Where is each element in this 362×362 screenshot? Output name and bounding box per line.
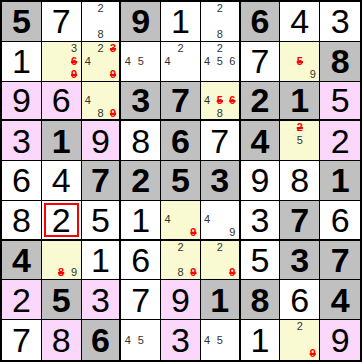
cell-r1c2[interactable]: 7 [42, 2, 82, 42]
cell-r3c6[interactable]: 4568 [201, 82, 241, 122]
pencil-marks: 4568 [201, 82, 239, 120]
candidate: 4 [161, 55, 174, 68]
given-digit: 2 [131, 163, 150, 197]
cell-r7c7[interactable]: 5 [241, 241, 281, 281]
cell-r4c3[interactable]: 9 [82, 121, 122, 161]
pencil-marks: 29 [201, 241, 239, 280]
cell-r9c1[interactable]: 7 [2, 320, 42, 360]
cell-r3c8[interactable]: 1 [280, 82, 320, 122]
solved-digit: 6 [131, 243, 150, 277]
solved-digit: 7 [210, 124, 229, 158]
cell-r4c8[interactable]: 25 [280, 121, 320, 161]
solved-digit: 5 [331, 83, 350, 117]
candidate: 4 [121, 333, 134, 346]
cell-r1c8[interactable]: 4 [280, 2, 320, 42]
cell-r1c9[interactable]: 3 [320, 2, 360, 42]
cell-r9c7[interactable]: 1 [241, 320, 281, 360]
pencil-marks: 28 [201, 2, 239, 41]
candidate: 2 [213, 2, 226, 15]
cell-r8c9[interactable]: 4 [320, 280, 360, 320]
cell-r7c1[interactable]: 4 [2, 241, 42, 281]
given-digit: 3 [210, 163, 229, 197]
solved-digit: 7 [251, 44, 270, 78]
pencil-marks: 49 [161, 201, 200, 239]
cell-r5c7[interactable]: 9 [241, 161, 281, 201]
given-digit: 1 [290, 83, 309, 117]
cell-r7c9[interactable]: 7 [320, 241, 360, 281]
solved-digit: 2 [12, 283, 31, 317]
cell-r8c6[interactable]: 1 [201, 280, 241, 320]
candidate-struck: 3 [107, 42, 120, 55]
cell-r9c8[interactable]: 29 [280, 320, 320, 360]
given-digit: 7 [290, 203, 309, 237]
cell-r3c9[interactable]: 5 [320, 82, 360, 122]
solved-digit: 1 [12, 44, 31, 78]
solved-digit: 7 [131, 283, 150, 317]
given-digit: 8 [251, 283, 270, 317]
cell-r8c3[interactable]: 3 [82, 280, 122, 320]
candidate-struck: 9 [68, 68, 81, 81]
cell-r5c1[interactable]: 6 [2, 161, 42, 201]
cell-r4c1[interactable]: 3 [2, 121, 42, 161]
pencil-marks: 25 [280, 121, 319, 160]
given-digit: 7 [331, 243, 350, 277]
solved-digit: 2 [331, 124, 350, 158]
cell-r9c4[interactable]: 45 [121, 320, 161, 360]
given-digit: 6 [171, 124, 190, 158]
candidate: 5 [293, 134, 306, 147]
cell-r6c9[interactable]: 6 [320, 201, 360, 241]
cell-r2c2[interactable]: 369 [42, 42, 82, 82]
cell-r4c4[interactable]: 8 [121, 121, 161, 161]
solved-digit: 1 [91, 243, 110, 277]
solved-digit: 3 [331, 4, 350, 38]
cell-r2c1[interactable]: 1 [2, 42, 42, 82]
solved-digit: 6 [290, 283, 309, 317]
candidate: 5 [213, 333, 226, 346]
candidate-struck: 6 [68, 55, 81, 68]
given-digit: 5 [12, 4, 31, 38]
cell-r9c9[interactable]: 9 [320, 320, 360, 360]
given-digit: 8 [331, 44, 350, 78]
pencil-marks: 489 [82, 82, 120, 120]
cell-r3c7[interactable]: 2 [241, 82, 281, 122]
candidate: 8 [213, 107, 226, 120]
solved-digit: 1 [131, 203, 150, 237]
cell-r6c1[interactable]: 8 [2, 201, 42, 241]
given-digit: 7 [171, 83, 190, 117]
candidate: 4 [82, 94, 95, 107]
cell-r9c3[interactable]: 6 [82, 320, 122, 360]
cell-r8c7[interactable]: 8 [241, 280, 281, 320]
given-digit: 7 [91, 163, 110, 197]
candidate-struck: 5 [213, 94, 226, 107]
given-digit: 1 [52, 124, 71, 158]
candidate: 8 [94, 28, 107, 41]
cell-r2c8[interactable]: 59 [280, 42, 320, 82]
candidate: 2 [213, 241, 226, 254]
candidate: 5 [134, 333, 147, 346]
candidate: 4 [201, 55, 214, 68]
cell-r6c7[interactable]: 3 [241, 201, 281, 241]
candidate: 2 [174, 42, 187, 55]
solved-digit: 1 [171, 4, 190, 38]
candidate: 4 [121, 55, 134, 68]
pencil-marks: 24 [161, 42, 200, 81]
solved-digit: 9 [251, 163, 270, 197]
candidate-struck: 9 [107, 68, 120, 81]
candidate-struck: 8 [55, 267, 68, 280]
cell-r5c6[interactable]: 3 [201, 161, 241, 201]
solved-digit: 5 [251, 243, 270, 277]
candidate-struck: 6 [226, 94, 239, 107]
cell-r5c4[interactable]: 2 [121, 161, 161, 201]
given-digit: 6 [91, 323, 110, 357]
cell-r5c8[interactable]: 8 [280, 161, 320, 201]
candidate-struck: 9 [306, 347, 319, 360]
cell-r9c5[interactable]: 3 [161, 320, 201, 360]
cell-r4c6[interactable]: 7 [201, 121, 241, 161]
solved-digit: 9 [91, 124, 110, 158]
pencil-marks: 29 [280, 320, 319, 360]
candidate: 4 [82, 55, 95, 68]
solved-digit: 7 [12, 323, 31, 357]
cell-r2c3[interactable]: 2349 [82, 42, 122, 82]
candidate: 2 [174, 241, 187, 254]
solved-digit: 9 [12, 83, 31, 117]
candidate: 9 [226, 226, 239, 239]
solved-digit: 8 [12, 203, 31, 237]
cell-r3c3[interactable]: 489 [82, 82, 122, 122]
solved-digit: 9 [171, 283, 190, 317]
candidate-struck: 9 [187, 226, 200, 239]
candidate: 4 [201, 94, 214, 107]
pencil-marks: 89 [42, 241, 81, 280]
candidate: 6 [226, 55, 239, 68]
cell-r5c5[interactable]: 5 [161, 161, 201, 201]
cell-r2c4[interactable]: 45 [121, 42, 161, 82]
solved-digit: 3 [251, 203, 270, 237]
candidate: 8 [174, 267, 187, 280]
given-digit: 5 [171, 163, 190, 197]
cell-r9c2[interactable]: 8 [42, 320, 82, 360]
cell-r8c1[interactable]: 2 [2, 280, 42, 320]
cell-r2c9[interactable]: 8 [320, 42, 360, 82]
candidate: 4 [201, 333, 214, 346]
solved-digit: 1 [251, 323, 270, 357]
cell-r9c6[interactable]: 45 [201, 320, 241, 360]
pencil-marks: 45 [121, 320, 160, 360]
candidate: 3 [68, 42, 81, 55]
pencil-marks: 28 [82, 2, 120, 41]
cell-r8c5[interactable]: 9 [161, 280, 201, 320]
solved-digit: 8 [290, 163, 309, 197]
cell-r1c7[interactable]: 6 [241, 2, 281, 42]
cell-r4c2[interactable]: 1 [42, 121, 82, 161]
cell-r7c3[interactable]: 1 [82, 241, 122, 281]
candidate-struck: 9 [107, 107, 120, 120]
cell-r1c1[interactable]: 5 [2, 2, 42, 42]
pencil-marks: 2349 [82, 42, 120, 81]
pencil-marks: 2456 [201, 42, 239, 81]
candidate: 9 [68, 267, 81, 280]
given-digit: 4 [331, 283, 350, 317]
pencil-marks: 289 [161, 241, 200, 280]
candidate-struck: 9 [226, 267, 239, 280]
solved-digit: 8 [52, 323, 71, 357]
candidate: 5 [213, 55, 226, 68]
cell-r6c5[interactable]: 49 [161, 201, 201, 241]
candidate-struck: 2 [293, 121, 306, 134]
solved-digit: 3 [171, 323, 190, 357]
pencil-marks: 59 [280, 42, 319, 81]
cell-r2c5[interactable]: 24 [161, 42, 201, 82]
solved-digit: 3 [91, 283, 110, 317]
given-digit: 5 [52, 283, 71, 317]
solved-digit: 4 [290, 4, 309, 38]
given-digit: 1 [210, 283, 229, 317]
cell-r5c3[interactable]: 7 [82, 161, 122, 201]
cell-r5c2[interactable]: 4 [42, 161, 82, 201]
pencil-marks: 49 [201, 201, 239, 239]
given-digit: 1 [331, 163, 350, 197]
solved-digit: 3 [12, 124, 31, 158]
cell-r2c7[interactable]: 7 [241, 42, 281, 82]
solved-digit: 9 [331, 323, 350, 357]
cell-r2c6[interactable]: 2456 [201, 42, 241, 82]
candidate: 2 [293, 320, 306, 333]
cell-r1c3[interactable]: 28 [82, 2, 122, 42]
cell-r6c3[interactable]: 5 [82, 201, 122, 241]
cell-r1c4[interactable]: 9 [121, 2, 161, 42]
cell-r4c9[interactable]: 2 [320, 121, 360, 161]
pencil-marks: 369 [42, 42, 81, 81]
candidate: 2 [213, 42, 226, 55]
candidate: 8 [213, 28, 226, 41]
solved-digit: 5 [91, 203, 110, 237]
cell-r5c9[interactable]: 1 [320, 161, 360, 201]
candidate: 8 [94, 107, 107, 120]
given-digit: 4 [12, 243, 31, 277]
sudoku-board: 5728912864313692349452424567598964893745… [0, 0, 362, 362]
candidate: 2 [94, 2, 107, 15]
solved-digit: 6 [52, 83, 71, 117]
candidate: 2 [94, 42, 107, 55]
cell-r7c8[interactable]: 3 [280, 241, 320, 281]
candidate-struck: 5 [293, 55, 306, 68]
given-digit: 9 [131, 4, 150, 38]
cell-r4c5[interactable]: 6 [161, 121, 201, 161]
cell-r8c2[interactable]: 5 [42, 280, 82, 320]
given-digit: 6 [251, 4, 270, 38]
cell-r6c2[interactable]: 2 [42, 201, 82, 241]
cell-r7c6[interactable]: 29 [201, 241, 241, 281]
candidate-struck: 9 [187, 267, 200, 280]
cell-r6c4[interactable]: 1 [121, 201, 161, 241]
cell-r3c2[interactable]: 6 [42, 82, 82, 122]
solved-digit: 6 [331, 203, 350, 237]
cell-r1c5[interactable]: 1 [161, 2, 201, 42]
cell-r7c4[interactable]: 6 [121, 241, 161, 281]
pencil-marks: 45 [121, 42, 160, 81]
cell-r3c4[interactable]: 3 [121, 82, 161, 122]
given-digit: 3 [131, 83, 150, 117]
cell-r1c6[interactable]: 28 [201, 2, 241, 42]
solved-digit: 8 [131, 124, 150, 158]
given-digit: 2 [251, 83, 270, 117]
given-digit: 4 [251, 124, 270, 158]
cell-r3c1[interactable]: 9 [2, 82, 42, 122]
pencil-marks: 45 [201, 320, 239, 360]
given-digit: 3 [290, 243, 309, 277]
cell-r6c8[interactable]: 7 [280, 201, 320, 241]
cell-r3c5[interactable]: 7 [161, 82, 201, 122]
cell-r8c8[interactable]: 6 [280, 280, 320, 320]
solved-digit: 4 [52, 163, 71, 197]
cell-r6c6[interactable]: 49 [201, 201, 241, 241]
candidate: 4 [161, 213, 174, 226]
solved-digit: 7 [52, 4, 71, 38]
cell-r8c4[interactable]: 7 [121, 280, 161, 320]
candidate: 9 [306, 68, 319, 81]
solved-digit: 6 [12, 163, 31, 197]
candidate: 4 [201, 213, 214, 226]
cell-r4c7[interactable]: 4 [241, 121, 281, 161]
solved-digit: 2 [52, 203, 71, 237]
cell-r7c5[interactable]: 289 [161, 241, 201, 281]
candidate: 5 [134, 55, 147, 68]
cell-r7c2[interactable]: 89 [42, 241, 82, 281]
